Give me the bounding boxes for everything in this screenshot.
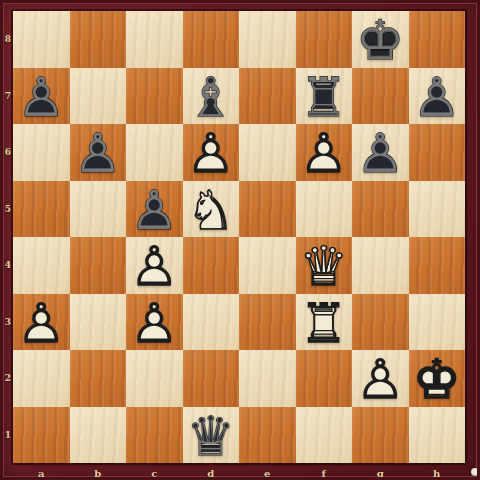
- square-a2[interactable]: [13, 350, 70, 407]
- file-label-e: e: [257, 468, 277, 480]
- piece-black-queen-d1[interactable]: ♛♕: [183, 407, 240, 464]
- square-h1[interactable]: [409, 407, 466, 464]
- white-pawn-outline: ♙: [130, 296, 178, 350]
- rank-label-4: 4: [3, 260, 13, 270]
- piece-white-pawn-f6[interactable]: ♟♙: [296, 124, 353, 181]
- file-label-h: h: [427, 468, 447, 480]
- square-d4[interactable]: [183, 237, 240, 294]
- rank-label-1: 1: [3, 430, 13, 440]
- square-b2[interactable]: [70, 350, 127, 407]
- square-f6[interactable]: ♟♙: [296, 124, 353, 181]
- square-h8[interactable]: [409, 11, 466, 68]
- square-e8[interactable]: [239, 11, 296, 68]
- square-d5[interactable]: ♞♘: [183, 181, 240, 238]
- chess-board-window: ♚♔♟♙♝♗♜♖♟♙♟♙♟♙♟♙♟♙♟♙♞♘♟♙♛♕♟♙♟♙♜♖♟♙♚♔♛♕ 8…: [0, 0, 480, 480]
- square-c7[interactable]: [126, 68, 183, 125]
- rank-label-7: 7: [3, 91, 13, 101]
- black-pawn-outline: ♙: [413, 70, 461, 124]
- black-pawn-outline: ♙: [17, 70, 65, 124]
- square-b5[interactable]: [70, 181, 127, 238]
- square-h3[interactable]: [409, 294, 466, 351]
- white-queen-outline: ♕: [300, 240, 348, 294]
- square-d3[interactable]: [183, 294, 240, 351]
- file-label-f: f: [314, 468, 334, 480]
- square-d2[interactable]: [183, 350, 240, 407]
- square-b8[interactable]: [70, 11, 127, 68]
- square-h2[interactable]: ♚♔: [409, 350, 466, 407]
- piece-white-pawn-g2[interactable]: ♟♙: [352, 350, 409, 407]
- square-e5[interactable]: [239, 181, 296, 238]
- square-c5[interactable]: ♟♙: [126, 181, 183, 238]
- square-b3[interactable]: [70, 294, 127, 351]
- piece-white-queen-f4[interactable]: ♛♕: [296, 237, 353, 294]
- piece-white-pawn-d6[interactable]: ♟♙: [183, 124, 240, 181]
- file-label-b: b: [88, 468, 108, 480]
- square-c1[interactable]: [126, 407, 183, 464]
- black-rook-outline: ♖: [300, 70, 348, 124]
- piece-black-pawn-g6[interactable]: ♟♙: [352, 124, 409, 181]
- square-b7[interactable]: [70, 68, 127, 125]
- square-g7[interactable]: [352, 68, 409, 125]
- file-label-g: g: [370, 468, 390, 480]
- square-h7[interactable]: ♟♙: [409, 68, 466, 125]
- rank-label-8: 8: [3, 34, 13, 44]
- square-g1[interactable]: [352, 407, 409, 464]
- square-f8[interactable]: [296, 11, 353, 68]
- square-c6[interactable]: [126, 124, 183, 181]
- white-pawn-outline: ♙: [356, 353, 404, 407]
- rank-label-6: 6: [3, 147, 13, 157]
- white-pawn-outline: ♙: [187, 127, 235, 181]
- piece-white-pawn-c4[interactable]: ♟♙: [126, 237, 183, 294]
- white-pawn-outline: ♙: [17, 296, 65, 350]
- piece-black-rook-f7[interactable]: ♜♖: [296, 68, 353, 125]
- piece-black-bishop-d7[interactable]: ♝♗: [183, 68, 240, 125]
- square-g4[interactable]: [352, 237, 409, 294]
- square-c2[interactable]: [126, 350, 183, 407]
- file-label-d: d: [201, 468, 221, 480]
- square-a7[interactable]: ♟♙: [13, 68, 70, 125]
- square-h5[interactable]: [409, 181, 466, 238]
- piece-white-rook-f3[interactable]: ♜♖: [296, 294, 353, 351]
- square-e1[interactable]: [239, 407, 296, 464]
- black-pawn-outline: ♙: [130, 183, 178, 237]
- piece-black-pawn-h7[interactable]: ♟♙: [409, 68, 466, 125]
- black-pawn-outline: ♙: [356, 127, 404, 181]
- square-d1[interactable]: ♛♕: [183, 407, 240, 464]
- square-a8[interactable]: [13, 11, 70, 68]
- file-label-a: a: [31, 468, 51, 480]
- white-king-outline: ♔: [413, 353, 461, 407]
- piece-black-pawn-a7[interactable]: ♟♙: [13, 68, 70, 125]
- rank-label-3: 3: [3, 317, 13, 327]
- square-g5[interactable]: [352, 181, 409, 238]
- square-c3[interactable]: ♟♙: [126, 294, 183, 351]
- square-a5[interactable]: [13, 181, 70, 238]
- black-king-outline: ♔: [356, 14, 404, 68]
- black-queen-outline: ♕: [187, 409, 235, 463]
- square-f4[interactable]: ♛♕: [296, 237, 353, 294]
- square-f2[interactable]: [296, 350, 353, 407]
- square-e2[interactable]: [239, 350, 296, 407]
- side-to-move-indicator: [471, 468, 479, 476]
- square-f3[interactable]: ♜♖: [296, 294, 353, 351]
- file-label-c: c: [144, 468, 164, 480]
- square-e3[interactable]: [239, 294, 296, 351]
- white-rook-outline: ♖: [300, 296, 348, 350]
- piece-black-pawn-c5[interactable]: ♟♙: [126, 181, 183, 238]
- rank-label-2: 2: [3, 373, 13, 383]
- square-b4[interactable]: [70, 237, 127, 294]
- square-g2[interactable]: ♟♙: [352, 350, 409, 407]
- piece-white-knight-d5[interactable]: ♞♘: [183, 181, 240, 238]
- square-a6[interactable]: [13, 124, 70, 181]
- piece-white-pawn-a3[interactable]: ♟♙: [13, 294, 70, 351]
- square-f5[interactable]: [296, 181, 353, 238]
- piece-white-pawn-c3[interactable]: ♟♙: [126, 294, 183, 351]
- piece-black-pawn-b6[interactable]: ♟♙: [70, 124, 127, 181]
- black-bishop-outline: ♗: [187, 70, 235, 124]
- square-c8[interactable]: [126, 11, 183, 68]
- square-g8[interactable]: ♚♔: [352, 11, 409, 68]
- black-pawn-outline: ♙: [74, 127, 122, 181]
- board: ♚♔♟♙♝♗♜♖♟♙♟♙♟♙♟♙♟♙♟♙♞♘♟♙♛♕♟♙♟♙♜♖♟♙♚♔♛♕: [13, 11, 465, 463]
- white-knight-outline: ♘: [187, 183, 235, 237]
- square-b6[interactable]: ♟♙: [70, 124, 127, 181]
- square-a4[interactable]: [13, 237, 70, 294]
- rank-label-5: 5: [3, 204, 13, 214]
- square-d8[interactable]: [183, 11, 240, 68]
- square-e4[interactable]: [239, 237, 296, 294]
- white-pawn-outline: ♙: [300, 127, 348, 181]
- square-h4[interactable]: [409, 237, 466, 294]
- square-b1[interactable]: [70, 407, 127, 464]
- square-f7[interactable]: ♜♖: [296, 68, 353, 125]
- piece-black-king-g8[interactable]: ♚♔: [352, 11, 409, 68]
- square-a3[interactable]: ♟♙: [13, 294, 70, 351]
- white-pawn-outline: ♙: [130, 240, 178, 294]
- piece-white-king-h2[interactable]: ♚♔: [409, 350, 466, 407]
- square-h6[interactable]: [409, 124, 466, 181]
- square-g6[interactable]: ♟♙: [352, 124, 409, 181]
- square-e6[interactable]: [239, 124, 296, 181]
- square-d7[interactable]: ♝♗: [183, 68, 240, 125]
- square-f1[interactable]: [296, 407, 353, 464]
- square-a1[interactable]: [13, 407, 70, 464]
- square-c4[interactable]: ♟♙: [126, 237, 183, 294]
- square-e7[interactable]: [239, 68, 296, 125]
- square-g3[interactable]: [352, 294, 409, 351]
- square-d6[interactable]: ♟♙: [183, 124, 240, 181]
